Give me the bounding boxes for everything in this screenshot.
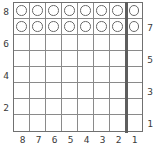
cell-c3-r7 <box>94 19 110 35</box>
cell-c1-r3 <box>126 83 142 99</box>
cell-c6-r3 <box>46 83 62 99</box>
circle-symbol <box>80 21 91 32</box>
cell-c5-r8 <box>62 3 78 19</box>
circle-symbol <box>129 21 140 32</box>
circle-symbol <box>32 21 43 32</box>
row-label-left-8: 8 <box>1 4 11 20</box>
circle-symbol <box>16 5 27 16</box>
circle-symbol <box>48 5 59 16</box>
cell-c4-r7 <box>78 19 94 35</box>
column-label-4: 4 <box>79 133 95 146</box>
column-label-6: 6 <box>47 133 63 146</box>
cell-c1-r7 <box>126 19 142 35</box>
cell-c7-r3 <box>30 83 46 99</box>
circle-symbol <box>129 5 140 16</box>
cell-c7-r7 <box>30 19 46 35</box>
circle-symbol <box>64 5 75 16</box>
cell-c4-r6 <box>78 35 94 51</box>
cell-c2-r6 <box>110 35 126 51</box>
cell-c3-r2 <box>94 99 110 115</box>
cell-c8-r6 <box>14 35 30 51</box>
cell-c2-r1 <box>110 115 126 131</box>
row-label-left-6: 6 <box>1 36 11 52</box>
column-label-1: 1 <box>127 133 143 146</box>
cell-c4-r3 <box>78 83 94 99</box>
cell-c7-r8 <box>30 3 46 19</box>
column-label-8: 8 <box>15 133 31 146</box>
cell-c7-r6 <box>30 35 46 51</box>
cell-c3-r8 <box>94 3 110 19</box>
circle-symbol <box>16 21 27 32</box>
cell-c6-r6 <box>46 35 62 51</box>
cell-c6-r2 <box>46 99 62 115</box>
cell-c1-r6 <box>126 35 142 51</box>
circle-symbol <box>64 21 75 32</box>
column-label-3: 3 <box>95 133 111 146</box>
circle-symbol <box>48 21 59 32</box>
chart-diagram: 8642 7531 87654321 <box>0 0 155 146</box>
cell-c5-r1 <box>62 115 78 131</box>
cell-c4-r2 <box>78 99 94 115</box>
cell-c2-r3 <box>110 83 126 99</box>
cell-c6-r7 <box>46 19 62 35</box>
cell-c5-r6 <box>62 35 78 51</box>
row-label-right-3: 3 <box>145 84 155 100</box>
cell-c5-r2 <box>62 99 78 115</box>
circle-symbol <box>32 5 43 16</box>
circle-symbol <box>96 21 107 32</box>
cell-c6-r4 <box>46 67 62 83</box>
cell-c1-r8 <box>126 3 142 19</box>
cell-c8-r4 <box>14 67 30 83</box>
cell-c8-r2 <box>14 99 30 115</box>
column-label-2: 2 <box>111 133 127 146</box>
cell-c8-r3 <box>14 83 30 99</box>
cell-c2-r5 <box>110 51 126 67</box>
cell-c3-r6 <box>94 35 110 51</box>
circle-symbol <box>112 21 123 32</box>
cell-c8-r7 <box>14 19 30 35</box>
cell-c4-r1 <box>78 115 94 131</box>
cell-c2-r8 <box>110 3 126 19</box>
cell-c5-r7 <box>62 19 78 35</box>
cell-c8-r8 <box>14 3 30 19</box>
row-label-right-5: 5 <box>145 52 155 68</box>
circle-symbol <box>96 5 107 16</box>
column-label-5: 5 <box>63 133 79 146</box>
cell-c7-r5 <box>30 51 46 67</box>
circle-symbol <box>112 5 123 16</box>
row-label-right-1: 1 <box>145 116 155 132</box>
cell-c7-r2 <box>30 99 46 115</box>
cell-c3-r5 <box>94 51 110 67</box>
cell-c7-r4 <box>30 67 46 83</box>
cell-c2-r4 <box>110 67 126 83</box>
cell-c3-r3 <box>94 83 110 99</box>
row-label-right-7: 7 <box>145 20 155 36</box>
cell-c3-r4 <box>94 67 110 83</box>
cell-c1-r1 <box>126 115 142 131</box>
cell-c2-r7 <box>110 19 126 35</box>
cell-c5-r3 <box>62 83 78 99</box>
cell-c4-r4 <box>78 67 94 83</box>
row-label-left-4: 4 <box>1 68 11 84</box>
cell-c8-r1 <box>14 115 30 131</box>
cell-c4-r5 <box>78 51 94 67</box>
cell-c7-r1 <box>30 115 46 131</box>
cell-c6-r8 <box>46 3 62 19</box>
cell-c4-r8 <box>78 3 94 19</box>
cell-c6-r1 <box>46 115 62 131</box>
column-label-7: 7 <box>31 133 47 146</box>
row-label-left-2: 2 <box>1 100 11 116</box>
cell-c1-r2 <box>126 99 142 115</box>
cell-c1-r4 <box>126 67 142 83</box>
cell-c3-r1 <box>94 115 110 131</box>
cell-c1-r5 <box>126 51 142 67</box>
cell-c5-r4 <box>62 67 78 83</box>
cell-c8-r5 <box>14 51 30 67</box>
circle-symbol <box>80 5 91 16</box>
cell-c2-r2 <box>110 99 126 115</box>
cell-c6-r5 <box>46 51 62 67</box>
cell-c5-r5 <box>62 51 78 67</box>
board-grid <box>13 2 143 132</box>
